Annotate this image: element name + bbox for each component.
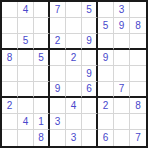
cell-r5c3[interactable] [34, 66, 50, 82]
cell-r4c6[interactable] [82, 50, 98, 66]
cell-r7c4[interactable] [50, 98, 66, 114]
cell-r9c5[interactable]: 3 [66, 130, 82, 146]
cell-r2c1[interactable] [2, 18, 18, 34]
cell-r6c6[interactable]: 6 [82, 82, 98, 98]
cell-r8c4[interactable]: 3 [50, 114, 66, 130]
cell-r2c9[interactable]: 8 [130, 18, 146, 34]
cell-r6c3[interactable] [34, 82, 50, 98]
cell-r9c2[interactable] [18, 130, 34, 146]
cell-r9c9[interactable]: 7 [130, 130, 146, 146]
cell-r5c4[interactable] [50, 66, 66, 82]
cell-r3c5[interactable] [66, 34, 82, 50]
cell-r8c1[interactable] [2, 114, 18, 130]
cell-r2c5[interactable] [66, 18, 82, 34]
cell-r8c8[interactable] [114, 114, 130, 130]
cell-r8c7[interactable] [98, 114, 114, 130]
cell-r5c6[interactable]: 9 [82, 66, 98, 82]
cell-r7c5[interactable]: 4 [66, 98, 82, 114]
cell-r7c8[interactable] [114, 98, 130, 114]
cell-r1c1[interactable] [2, 2, 18, 18]
cell-r9c8[interactable] [114, 130, 130, 146]
cell-r2c6[interactable] [82, 18, 98, 34]
cell-r7c6[interactable] [82, 98, 98, 114]
cell-r4c7[interactable]: 9 [98, 50, 114, 66]
cell-r8c3[interactable]: 1 [34, 114, 50, 130]
cell-r3c9[interactable] [130, 34, 146, 50]
cell-r1c3[interactable] [34, 2, 50, 18]
cell-r9c7[interactable]: 6 [98, 130, 114, 146]
cell-r2c4[interactable] [50, 18, 66, 34]
cell-r4c2[interactable] [18, 50, 34, 66]
cell-r9c6[interactable] [82, 130, 98, 146]
cell-r2c7[interactable]: 5 [98, 18, 114, 34]
cell-r7c3[interactable] [34, 98, 50, 114]
cell-r6c2[interactable] [18, 82, 34, 98]
cell-r5c1[interactable] [2, 66, 18, 82]
cell-r5c8[interactable] [114, 66, 130, 82]
cell-r7c7[interactable]: 2 [98, 98, 114, 114]
cell-r4c5[interactable]: 2 [66, 50, 82, 66]
cell-r7c1[interactable]: 2 [2, 98, 18, 114]
cell-r9c4[interactable] [50, 130, 66, 146]
cell-r6c9[interactable] [130, 82, 146, 98]
cell-r5c5[interactable] [66, 66, 82, 82]
cell-r3c3[interactable] [34, 34, 50, 50]
cell-r8c6[interactable] [82, 114, 98, 130]
cell-r4c3[interactable]: 5 [34, 50, 50, 66]
cell-r1c7[interactable] [98, 2, 114, 18]
cell-r4c1[interactable]: 8 [2, 50, 18, 66]
cell-r6c1[interactable] [2, 82, 18, 98]
cell-r6c4[interactable]: 9 [50, 82, 66, 98]
cell-r2c8[interactable]: 9 [114, 18, 130, 34]
cell-r4c8[interactable] [114, 50, 130, 66]
cell-r3c1[interactable] [2, 34, 18, 50]
cell-r9c1[interactable] [2, 130, 18, 146]
cell-r1c8[interactable]: 3 [114, 2, 130, 18]
sudoku-board: 47535985298529996724284138367 [0, 0, 148, 148]
cell-r9c3[interactable]: 8 [34, 130, 50, 146]
cell-r2c3[interactable] [34, 18, 50, 34]
cell-r1c2[interactable]: 4 [18, 2, 34, 18]
cell-r2c2[interactable] [18, 18, 34, 34]
cell-r1c9[interactable] [130, 2, 146, 18]
cell-r5c7[interactable] [98, 66, 114, 82]
cell-r4c4[interactable] [50, 50, 66, 66]
cell-r4c9[interactable] [130, 50, 146, 66]
cell-r8c5[interactable] [66, 114, 82, 130]
cell-r6c5[interactable] [66, 82, 82, 98]
cell-r6c8[interactable]: 7 [114, 82, 130, 98]
cell-r1c5[interactable] [66, 2, 82, 18]
cell-r3c6[interactable]: 9 [82, 34, 98, 50]
cell-r7c9[interactable]: 8 [130, 98, 146, 114]
cell-r3c2[interactable]: 5 [18, 34, 34, 50]
cell-r6c7[interactable] [98, 82, 114, 98]
cell-r5c2[interactable] [18, 66, 34, 82]
cell-r7c2[interactable] [18, 98, 34, 114]
cell-r5c9[interactable] [130, 66, 146, 82]
cell-r3c7[interactable] [98, 34, 114, 50]
cell-r8c2[interactable]: 4 [18, 114, 34, 130]
cell-r1c4[interactable]: 7 [50, 2, 66, 18]
cell-r3c8[interactable] [114, 34, 130, 50]
cell-r3c4[interactable]: 2 [50, 34, 66, 50]
cell-r1c6[interactable]: 5 [82, 2, 98, 18]
cell-r8c9[interactable] [130, 114, 146, 130]
